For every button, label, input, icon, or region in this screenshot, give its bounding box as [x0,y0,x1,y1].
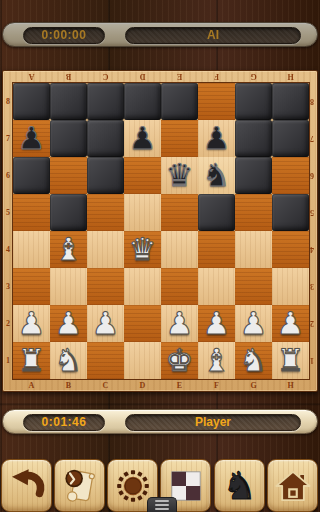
square-e4[interactable] [161,231,198,268]
square-c4[interactable] [87,231,124,268]
square-a8[interactable] [13,83,50,120]
square-a1[interactable]: ♜ [13,342,50,379]
square-f6[interactable]: ♞ [198,157,235,194]
square-g8[interactable] [235,83,272,120]
square-e1[interactable]: ♚ [161,342,198,379]
chess-app-screen: { "game": "chess (dark chess / fog-of-wa… [0,0,320,512]
file-label-bottom-F: F [198,379,235,391]
square-d7[interactable]: ♟ [124,120,161,157]
square-b3[interactable] [50,268,87,305]
white-pawn-b2: ♟ [50,305,87,342]
square-c1[interactable] [87,342,124,379]
square-f2[interactable]: ♟ [198,305,235,342]
square-b7[interactable] [50,120,87,157]
square-g6[interactable] [235,157,272,194]
square-f3[interactable] [198,268,235,305]
file-label-bottom-G: G [235,379,272,391]
opponent-name: AI [125,27,301,44]
file-labels-top: ABCDEFGH [13,71,309,83]
opponent-clock: 0:00:00 [23,27,105,44]
square-b8[interactable] [50,83,87,120]
square-c2[interactable]: ♟ [87,305,124,342]
home-icon [273,466,313,506]
white-rook-a1: ♜ [13,342,50,379]
square-a2[interactable]: ♟ [13,305,50,342]
square-b6[interactable] [50,157,87,194]
white-pawn-e2: ♟ [161,305,198,342]
square-e8[interactable] [161,83,198,120]
square-c7[interactable] [87,120,124,157]
white-rook-h1: ♜ [272,342,309,379]
white-pawn-f2: ♟ [198,305,235,342]
square-g4[interactable] [235,231,272,268]
square-f4[interactable] [198,231,235,268]
rank-label-left-5: 5 [3,194,13,231]
board-squares: ♟♟♟♛♞♝♛♟♟♟♟♟♟♟♜♞♚♝♞♜ [13,83,309,379]
square-b5[interactable] [50,194,87,231]
undo-button[interactable] [1,459,52,512]
undo-arrow-icon [7,466,47,506]
square-h7[interactable] [272,120,309,157]
square-e2[interactable]: ♟ [161,305,198,342]
square-a3[interactable] [13,268,50,305]
rank-label-left-7: 7 [3,120,13,157]
home-button[interactable] [267,459,318,512]
white-pawn-g2: ♟ [235,305,272,342]
knight-icon: ♞ [222,467,256,505]
pieces-theme-button[interactable]: ♞ [214,459,265,512]
square-h4[interactable] [272,231,309,268]
opponent-bar: 0:00:00 AI [2,22,318,47]
move-history-button[interactable] [54,459,105,512]
file-label-bottom-B: B [50,379,87,391]
white-knight-b1: ♞ [50,342,87,379]
chess-board-frame: ABCDEFGH ABCDEFGH 87654321 87654321 ♟♟♟♛… [2,70,318,392]
file-label-top-B: B [50,71,87,83]
white-pawn-c2: ♟ [87,305,124,342]
square-a4[interactable] [13,231,50,268]
square-h1[interactable]: ♜ [272,342,309,379]
rank-label-left-1: 1 [3,342,13,379]
file-label-bottom-D: D [124,379,161,391]
square-c8[interactable] [87,83,124,120]
rank-labels-left: 87654321 [3,83,13,379]
square-f1[interactable]: ♝ [198,342,235,379]
rank-label-left-4: 4 [3,231,13,268]
white-bishop-b4: ♝ [50,231,87,268]
square-d1[interactable] [124,342,161,379]
player-bar: 0:01:46 Player [2,409,318,434]
square-b4[interactable]: ♝ [50,231,87,268]
rank-label-left-3: 3 [3,268,13,305]
menu-handle[interactable] [147,497,177,512]
file-label-bottom-C: C [87,379,124,391]
white-pawn-h2: ♟ [272,305,309,342]
black-queen-e6: ♛ [161,157,198,194]
file-labels-bottom: ABCDEFGH [13,379,309,391]
file-label-bottom-H: H [272,379,309,391]
black-pawn-d7: ♟ [124,120,161,157]
rank-label-left-6: 6 [3,157,13,194]
square-d5[interactable] [124,194,161,231]
square-g5[interactable] [235,194,272,231]
square-e6[interactable]: ♛ [161,157,198,194]
square-b1[interactable]: ♞ [50,342,87,379]
rank-label-left-2: 2 [3,305,13,342]
square-a6[interactable] [13,157,50,194]
white-knight-g1: ♞ [235,342,272,379]
white-queen-d4: ♛ [124,231,161,268]
square-g7[interactable] [235,120,272,157]
square-g3[interactable] [235,268,272,305]
white-king-e1: ♚ [161,342,198,379]
square-c5[interactable] [87,194,124,231]
square-h6[interactable] [272,157,309,194]
square-e7[interactable] [161,120,198,157]
rank-label-left-8: 8 [3,83,13,120]
black-pawn-a7: ♟ [13,120,50,157]
file-label-bottom-E: E [161,379,198,391]
black-pawn-f7: ♟ [198,120,235,157]
square-h3[interactable] [272,268,309,305]
square-h2[interactable]: ♟ [272,305,309,342]
file-label-top-E: E [161,71,198,83]
square-d4[interactable]: ♛ [124,231,161,268]
file-label-top-A: A [13,71,50,83]
square-b2[interactable]: ♟ [50,305,87,342]
file-label-bottom-A: A [13,379,50,391]
square-g2[interactable]: ♟ [235,305,272,342]
white-bishop-f1: ♝ [198,342,235,379]
square-h8[interactable] [272,83,309,120]
white-pawn-a2: ♟ [13,305,50,342]
square-d3[interactable] [124,268,161,305]
square-e3[interactable] [161,268,198,305]
file-label-top-G: G [235,71,272,83]
square-f8[interactable] [198,83,235,120]
square-a7[interactable]: ♟ [13,120,50,157]
square-h5[interactable] [272,194,309,231]
square-d8[interactable] [124,83,161,120]
square-c6[interactable] [87,157,124,194]
square-f7[interactable]: ♟ [198,120,235,157]
file-label-top-F: F [198,71,235,83]
square-d6[interactable] [124,157,161,194]
square-f5[interactable] [198,194,235,231]
file-label-top-H: H [272,71,309,83]
square-e5[interactable] [161,194,198,231]
scroll-clock-icon [60,466,100,506]
player-clock: 0:01:46 [23,414,105,431]
file-label-top-C: C [87,71,124,83]
square-c3[interactable] [87,268,124,305]
square-g1[interactable]: ♞ [235,342,272,379]
file-label-top-D: D [124,71,161,83]
black-knight-f6: ♞ [198,157,235,194]
square-a5[interactable] [13,194,50,231]
player-name: Player [125,414,301,431]
square-d2[interactable] [124,305,161,342]
